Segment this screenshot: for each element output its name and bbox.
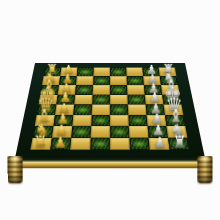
square-h4: [110, 67, 127, 76]
scene: ♜♟♟♜♞♟♟♞♝♟♟♝♚♟♟♚♛♟♟♛♝♟♟♝♞♟♟♞♜♟♟♜: [0, 0, 220, 220]
square-h5: [93, 67, 110, 76]
square-f5: [93, 85, 110, 94]
square-a5: [90, 137, 110, 149]
chess-board: ♜♟♟♜♞♟♟♞♝♟♟♝♚♟♟♚♛♟♟♛♝♟♟♝♞♟♟♞♜♟♟♜: [15, 63, 205, 158]
square-b4: [110, 126, 129, 138]
square-a4: [110, 137, 130, 149]
square-e5: [92, 94, 110, 104]
square-c4: [110, 115, 129, 126]
silver-white-rook-a1: ♜: [161, 134, 198, 150]
square-f4: [110, 85, 127, 94]
board-front-edge: [12, 158, 207, 168]
square-e4: [110, 94, 128, 104]
chess-set-photo: ♜♟♟♜♞♟♟♞♝♟♟♝♚♟♟♚♛♟♟♛♝♟♟♝♞♟♟♞♜♟♟♜: [0, 0, 220, 220]
square-a1: ♜: [168, 137, 190, 149]
square-a7: ♟: [50, 137, 71, 149]
square-c5: [91, 115, 110, 126]
board-leg-left: [7, 156, 22, 184]
square-b5: [91, 126, 110, 138]
board-leg-right: [197, 156, 212, 184]
square-d4: [110, 104, 128, 114]
square-g5: [93, 76, 110, 85]
square-d5: [92, 104, 110, 114]
square-g4: [110, 76, 127, 85]
gold-black-pawn-a7: ♟: [42, 135, 79, 150]
